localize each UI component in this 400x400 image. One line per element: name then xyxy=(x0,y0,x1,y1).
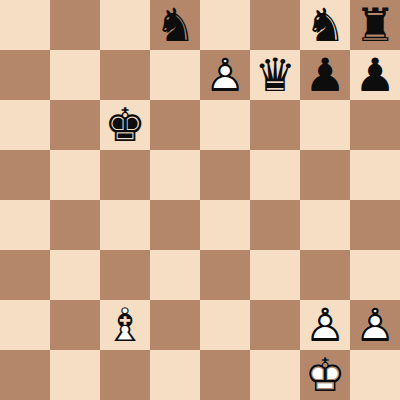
piece-white-pawn[interactable]: ♟♙ xyxy=(350,300,400,350)
square-g3[interactable] xyxy=(300,250,350,300)
square-g1[interactable]: ♚♔ xyxy=(300,350,350,400)
square-a5[interactable] xyxy=(0,150,50,200)
square-f2[interactable] xyxy=(250,300,300,350)
square-f3[interactable] xyxy=(250,250,300,300)
square-c8[interactable] xyxy=(100,0,150,50)
square-b5[interactable] xyxy=(50,150,100,200)
square-f5[interactable] xyxy=(250,150,300,200)
square-a6[interactable] xyxy=(0,100,50,150)
square-h5[interactable] xyxy=(350,150,400,200)
square-a3[interactable] xyxy=(0,250,50,300)
white-bishop-outline: ♗ xyxy=(100,300,150,350)
square-b6[interactable] xyxy=(50,100,100,150)
square-b1[interactable] xyxy=(50,350,100,400)
square-f1[interactable] xyxy=(250,350,300,400)
square-g8[interactable]: ♞ xyxy=(300,0,350,50)
square-d6[interactable] xyxy=(150,100,200,150)
piece-black-queen[interactable]: ♛ xyxy=(250,50,300,100)
square-b3[interactable] xyxy=(50,250,100,300)
piece-black-knight[interactable]: ♞ xyxy=(150,0,200,50)
piece-black-rook[interactable]: ♜ xyxy=(350,0,400,50)
black-rook-glyph: ♜ xyxy=(350,0,400,50)
square-g6[interactable] xyxy=(300,100,350,150)
square-d4[interactable] xyxy=(150,200,200,250)
square-h1[interactable] xyxy=(350,350,400,400)
square-b8[interactable] xyxy=(50,0,100,50)
square-c6[interactable]: ♚ xyxy=(100,100,150,150)
piece-black-pawn[interactable]: ♟ xyxy=(350,50,400,100)
square-a8[interactable] xyxy=(0,0,50,50)
square-h7[interactable]: ♟ xyxy=(350,50,400,100)
square-a7[interactable] xyxy=(0,50,50,100)
square-a1[interactable] xyxy=(0,350,50,400)
square-c5[interactable] xyxy=(100,150,150,200)
square-e7[interactable]: ♟♙ xyxy=(200,50,250,100)
black-queen-glyph: ♛ xyxy=(250,50,300,100)
square-g5[interactable] xyxy=(300,150,350,200)
square-d1[interactable] xyxy=(150,350,200,400)
piece-white-king[interactable]: ♚♔ xyxy=(300,350,350,400)
square-h4[interactable] xyxy=(350,200,400,250)
square-c2[interactable]: ♝♗ xyxy=(100,300,150,350)
square-f8[interactable] xyxy=(250,0,300,50)
square-e2[interactable] xyxy=(200,300,250,350)
square-c3[interactable] xyxy=(100,250,150,300)
square-e3[interactable] xyxy=(200,250,250,300)
piece-white-pawn[interactable]: ♟♙ xyxy=(200,50,250,100)
square-e8[interactable] xyxy=(200,0,250,50)
black-king-glyph: ♚ xyxy=(100,100,150,150)
white-pawn-outline: ♙ xyxy=(350,300,400,350)
square-e4[interactable] xyxy=(200,200,250,250)
square-g7[interactable]: ♟ xyxy=(300,50,350,100)
square-d3[interactable] xyxy=(150,250,200,300)
piece-white-bishop[interactable]: ♝♗ xyxy=(100,300,150,350)
square-a4[interactable] xyxy=(0,200,50,250)
square-f7[interactable]: ♛ xyxy=(250,50,300,100)
square-c1[interactable] xyxy=(100,350,150,400)
white-pawn-outline: ♙ xyxy=(200,50,250,100)
square-c4[interactable] xyxy=(100,200,150,250)
piece-black-pawn[interactable]: ♟ xyxy=(300,50,350,100)
piece-black-knight[interactable]: ♞ xyxy=(300,0,350,50)
square-d8[interactable]: ♞ xyxy=(150,0,200,50)
square-e6[interactable] xyxy=(200,100,250,150)
black-knight-glyph: ♞ xyxy=(300,0,350,50)
square-h3[interactable] xyxy=(350,250,400,300)
piece-white-pawn[interactable]: ♟♙ xyxy=(300,300,350,350)
square-h8[interactable]: ♜ xyxy=(350,0,400,50)
square-f6[interactable] xyxy=(250,100,300,150)
square-h2[interactable]: ♟♙ xyxy=(350,300,400,350)
square-d7[interactable] xyxy=(150,50,200,100)
square-b2[interactable] xyxy=(50,300,100,350)
square-g2[interactable]: ♟♙ xyxy=(300,300,350,350)
square-e1[interactable] xyxy=(200,350,250,400)
white-king-outline: ♔ xyxy=(300,350,350,400)
chess-board: ♞♞♜♟♙♛♟♟♚♝♗♟♙♟♙♚♔ xyxy=(0,0,400,400)
piece-black-king[interactable]: ♚ xyxy=(100,100,150,150)
square-b4[interactable] xyxy=(50,200,100,250)
square-f4[interactable] xyxy=(250,200,300,250)
black-pawn-glyph: ♟ xyxy=(300,50,350,100)
square-b7[interactable] xyxy=(50,50,100,100)
white-pawn-outline: ♙ xyxy=(300,300,350,350)
black-pawn-glyph: ♟ xyxy=(350,50,400,100)
square-a2[interactable] xyxy=(0,300,50,350)
square-d5[interactable] xyxy=(150,150,200,200)
square-h6[interactable] xyxy=(350,100,400,150)
square-c7[interactable] xyxy=(100,50,150,100)
square-d2[interactable] xyxy=(150,300,200,350)
black-knight-glyph: ♞ xyxy=(150,0,200,50)
square-e5[interactable] xyxy=(200,150,250,200)
square-g4[interactable] xyxy=(300,200,350,250)
